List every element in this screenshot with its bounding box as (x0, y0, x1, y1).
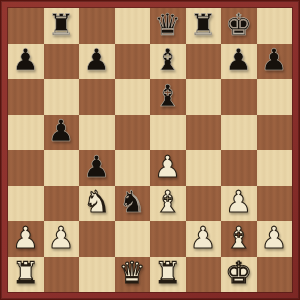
white-king: ♚ (225, 258, 252, 288)
square-d5[interactable] (115, 115, 151, 151)
black-pawn: ♟ (83, 45, 110, 75)
white-bishop: ♝ (154, 187, 181, 217)
square-e4[interactable]: ♟ (150, 150, 186, 186)
square-d2[interactable] (115, 221, 151, 257)
square-g7[interactable]: ♟ (221, 44, 257, 80)
black-pawn: ♟ (48, 116, 75, 146)
square-e1[interactable]: ♜ (150, 257, 186, 293)
square-g4[interactable] (221, 150, 257, 186)
square-h1[interactable] (257, 257, 293, 293)
square-b7[interactable] (44, 44, 80, 80)
square-h4[interactable] (257, 150, 293, 186)
square-d6[interactable] (115, 79, 151, 115)
square-f4[interactable] (186, 150, 222, 186)
white-pawn: ♟ (48, 223, 75, 253)
square-h8[interactable] (257, 8, 293, 44)
black-pawn: ♟ (225, 45, 252, 75)
white-knight: ♞ (83, 187, 110, 217)
black-rook: ♜ (48, 10, 75, 40)
black-bishop: ♝ (154, 81, 181, 111)
square-c2[interactable] (79, 221, 115, 257)
square-f5[interactable] (186, 115, 222, 151)
square-a5[interactable] (8, 115, 44, 151)
white-rook: ♜ (12, 258, 39, 288)
square-g3[interactable]: ♟ (221, 186, 257, 222)
square-c4[interactable]: ♟ (79, 150, 115, 186)
square-a1[interactable]: ♜ (8, 257, 44, 293)
square-b8[interactable]: ♜ (44, 8, 80, 44)
square-f3[interactable] (186, 186, 222, 222)
square-f6[interactable] (186, 79, 222, 115)
square-f7[interactable] (186, 44, 222, 80)
square-c7[interactable]: ♟ (79, 44, 115, 80)
square-d3[interactable]: ♞ (115, 186, 151, 222)
square-a3[interactable] (8, 186, 44, 222)
square-e7[interactable]: ♝ (150, 44, 186, 80)
square-e6[interactable]: ♝ (150, 79, 186, 115)
white-pawn: ♟ (225, 187, 252, 217)
black-king: ♚ (225, 10, 252, 40)
white-pawn: ♟ (190, 223, 217, 253)
black-pawn: ♟ (261, 45, 288, 75)
black-knight: ♞ (119, 187, 146, 217)
square-d7[interactable] (115, 44, 151, 80)
square-b1[interactable] (44, 257, 80, 293)
square-b5[interactable]: ♟ (44, 115, 80, 151)
square-a2[interactable]: ♟ (8, 221, 44, 257)
white-queen: ♛ (119, 258, 146, 288)
square-a8[interactable] (8, 8, 44, 44)
square-e5[interactable] (150, 115, 186, 151)
square-g8[interactable]: ♚ (221, 8, 257, 44)
square-e8[interactable]: ♛ (150, 8, 186, 44)
white-pawn: ♟ (12, 223, 39, 253)
white-rook: ♜ (154, 258, 181, 288)
square-g2[interactable]: ♝ (221, 221, 257, 257)
square-d8[interactable] (115, 8, 151, 44)
white-pawn: ♟ (261, 223, 288, 253)
white-pawn: ♟ (154, 152, 181, 182)
black-pawn: ♟ (12, 45, 39, 75)
black-queen: ♛ (154, 10, 181, 40)
square-c5[interactable] (79, 115, 115, 151)
square-b4[interactable] (44, 150, 80, 186)
white-bishop: ♝ (225, 223, 252, 253)
square-a7[interactable]: ♟ (8, 44, 44, 80)
square-c8[interactable] (79, 8, 115, 44)
square-g5[interactable] (221, 115, 257, 151)
square-h5[interactable] (257, 115, 293, 151)
board-frame: ♜♛♜♚♟♟♝♟♟♝♟♟♟♞♞♝♟♟♟♟♝♟♜♛♜♚ (0, 0, 300, 300)
square-h3[interactable] (257, 186, 293, 222)
square-b2[interactable]: ♟ (44, 221, 80, 257)
square-c6[interactable] (79, 79, 115, 115)
square-e2[interactable] (150, 221, 186, 257)
square-h2[interactable]: ♟ (257, 221, 293, 257)
square-h7[interactable]: ♟ (257, 44, 293, 80)
square-f8[interactable]: ♜ (186, 8, 222, 44)
square-g1[interactable]: ♚ (221, 257, 257, 293)
square-h6[interactable] (257, 79, 293, 115)
square-c1[interactable] (79, 257, 115, 293)
black-rook: ♜ (190, 10, 217, 40)
square-g6[interactable] (221, 79, 257, 115)
square-d4[interactable] (115, 150, 151, 186)
black-pawn: ♟ (83, 152, 110, 182)
square-e3[interactable]: ♝ (150, 186, 186, 222)
square-d1[interactable]: ♛ (115, 257, 151, 293)
square-c3[interactable]: ♞ (79, 186, 115, 222)
square-f1[interactable] (186, 257, 222, 293)
square-a6[interactable] (8, 79, 44, 115)
square-b6[interactable] (44, 79, 80, 115)
square-a4[interactable] (8, 150, 44, 186)
chess-board: ♜♛♜♚♟♟♝♟♟♝♟♟♟♞♞♝♟♟♟♟♝♟♜♛♜♚ (8, 8, 292, 292)
square-f2[interactable]: ♟ (186, 221, 222, 257)
black-bishop: ♝ (154, 45, 181, 75)
square-b3[interactable] (44, 186, 80, 222)
